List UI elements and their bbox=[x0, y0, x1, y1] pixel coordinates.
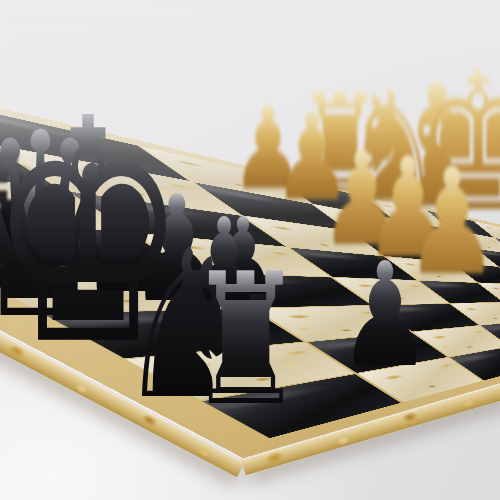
piece-black-pawn-d1: ♟ bbox=[339, 243, 432, 387]
piece-black-rook-c1: ♜ bbox=[187, 249, 304, 431]
chess-set-photo: ♟♟♜♞♝♚♟♟♟♝♟♛♚♟♟♟♟♞♜♟ bbox=[0, 0, 500, 500]
